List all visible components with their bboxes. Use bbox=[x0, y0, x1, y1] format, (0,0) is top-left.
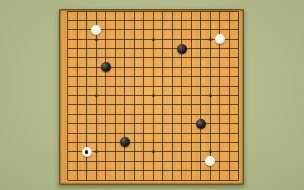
star-point bbox=[152, 150, 155, 153]
board-grid-line-horizontal bbox=[68, 142, 239, 143]
star-point bbox=[95, 150, 98, 153]
board-grid-line-horizontal bbox=[68, 114, 239, 115]
board-grid-line-horizontal bbox=[68, 180, 239, 181]
white-stone bbox=[82, 147, 92, 157]
star-point bbox=[95, 94, 98, 97]
star-point bbox=[209, 94, 212, 97]
board-grid-line-horizontal bbox=[68, 133, 239, 134]
board-grid-line-vertical bbox=[172, 11, 173, 180]
board-grid-line-vertical bbox=[191, 11, 192, 180]
go-board[interactable] bbox=[59, 9, 244, 185]
board-grid-line-vertical bbox=[238, 11, 239, 180]
star-point bbox=[209, 38, 212, 41]
white-stone bbox=[91, 25, 101, 35]
last-move-marker bbox=[85, 150, 88, 153]
black-stone bbox=[101, 62, 111, 72]
board-grid-line-horizontal bbox=[68, 123, 239, 124]
board-grid-line-horizontal bbox=[68, 104, 239, 105]
board-grid-line-vertical bbox=[229, 11, 230, 180]
board-grid-line-vertical bbox=[200, 11, 201, 180]
board-grid-line-horizontal bbox=[68, 170, 239, 171]
star-point bbox=[152, 38, 155, 41]
black-stone bbox=[196, 119, 206, 129]
black-stone bbox=[177, 44, 187, 54]
page-background bbox=[0, 0, 304, 190]
white-stone bbox=[215, 34, 225, 44]
star-point bbox=[95, 38, 98, 41]
board-grid-line-vertical bbox=[162, 11, 163, 180]
star-point bbox=[209, 150, 212, 153]
board-grid-line-vertical bbox=[181, 11, 182, 180]
white-stone bbox=[205, 156, 215, 166]
star-point bbox=[152, 94, 155, 97]
black-stone bbox=[120, 137, 130, 147]
